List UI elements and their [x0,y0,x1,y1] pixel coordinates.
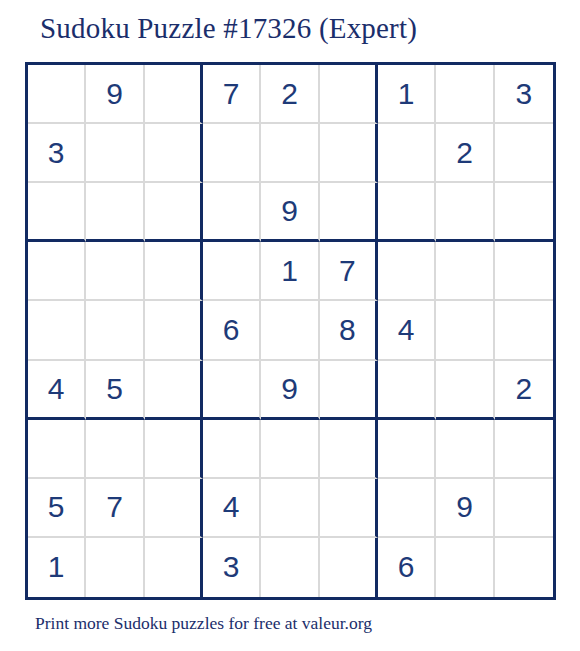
cell-r5c5 [261,301,319,360]
cell-r3c7 [378,183,436,242]
cell-r8c3 [145,479,203,538]
cell-r4c1 [28,242,86,301]
cell-r6c7 [378,361,436,420]
cell-r8c7 [378,479,436,538]
cell-r1c2: 9 [86,65,144,124]
cell-r7c1 [28,420,86,479]
cell-r7c4 [203,420,261,479]
cell-r3c2 [86,183,144,242]
cell-r7c6 [320,420,378,479]
cell-r3c3 [145,183,203,242]
cell-r4c3 [145,242,203,301]
cell-r5c8 [436,301,494,360]
cell-r6c1: 4 [28,361,86,420]
cell-r8c2: 7 [86,479,144,538]
cell-r5c1 [28,301,86,360]
cell-r2c2 [86,124,144,183]
cell-r7c9 [495,420,553,479]
cell-r4c2 [86,242,144,301]
cell-r3c1 [28,183,86,242]
cell-r3c9 [495,183,553,242]
cell-r2c3 [145,124,203,183]
cell-r4c5: 1 [261,242,319,301]
page-title: Sudoku Puzzle #17326 (Expert) [40,12,417,45]
cell-r8c8: 9 [436,479,494,538]
cell-r3c6 [320,183,378,242]
cell-r4c8 [436,242,494,301]
cell-r2c6 [320,124,378,183]
cell-r2c4 [203,124,261,183]
cell-r2c9 [495,124,553,183]
cell-r9c1: 1 [28,538,86,597]
cell-r8c6 [320,479,378,538]
footer-text: Print more Sudoku puzzles for free at va… [35,613,372,634]
cell-r1c4: 7 [203,65,261,124]
cell-r9c7: 6 [378,538,436,597]
cell-r5c4: 6 [203,301,261,360]
cell-r3c5: 9 [261,183,319,242]
cell-r2c8: 2 [436,124,494,183]
cell-r2c7 [378,124,436,183]
cell-r4c4 [203,242,261,301]
cell-r9c2 [86,538,144,597]
cell-r2c1: 3 [28,124,86,183]
cell-r9c3 [145,538,203,597]
cell-r7c3 [145,420,203,479]
cell-r8c4: 4 [203,479,261,538]
cell-r7c5 [261,420,319,479]
cell-r1c5: 2 [261,65,319,124]
cell-r1c7: 1 [378,65,436,124]
cell-r1c1 [28,65,86,124]
cell-r7c8 [436,420,494,479]
cell-r6c6 [320,361,378,420]
cell-r6c2: 5 [86,361,144,420]
cell-r9c6 [320,538,378,597]
cell-r7c7 [378,420,436,479]
cell-r8c5 [261,479,319,538]
cell-r7c2 [86,420,144,479]
cell-r8c1: 5 [28,479,86,538]
cell-r6c9: 2 [495,361,553,420]
cell-r1c8 [436,65,494,124]
cell-r8c9 [495,479,553,538]
cell-r4c9 [495,242,553,301]
cell-r3c8 [436,183,494,242]
cell-r6c5: 9 [261,361,319,420]
cell-r5c3 [145,301,203,360]
cell-r1c3 [145,65,203,124]
cell-r9c5 [261,538,319,597]
cell-r4c7 [378,242,436,301]
cell-r1c9: 3 [495,65,553,124]
cell-r6c4 [203,361,261,420]
sudoku-board: 972133291768445925749136 [25,62,556,600]
cell-r9c9 [495,538,553,597]
cell-r3c4 [203,183,261,242]
cell-r5c6: 8 [320,301,378,360]
cell-r5c7: 4 [378,301,436,360]
cell-r5c2 [86,301,144,360]
cell-r6c8 [436,361,494,420]
cell-r5c9 [495,301,553,360]
cell-r6c3 [145,361,203,420]
cell-r1c6 [320,65,378,124]
cell-r4c6: 7 [320,242,378,301]
cell-r9c4: 3 [203,538,261,597]
cell-r2c5 [261,124,319,183]
cell-r9c8 [436,538,494,597]
